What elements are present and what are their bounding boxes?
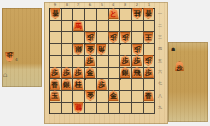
board-square[interactable] <box>85 9 97 21</box>
piece-glyph: 金 <box>87 45 94 52</box>
rank-label: 三 <box>158 35 162 39</box>
board-square[interactable] <box>120 91 132 103</box>
board-square[interactable] <box>120 44 132 56</box>
piece-glyph: 歩 <box>122 58 129 65</box>
file-label: 5 <box>101 3 103 7</box>
board-square[interactable] <box>97 68 109 80</box>
gote-marker-icon: ☖ <box>3 73 7 78</box>
file-label: 1 <box>147 3 149 7</box>
board-square[interactable] <box>97 56 109 68</box>
piece-glyph: 馬 <box>75 23 82 30</box>
piece-glyph: 歩 <box>51 70 58 77</box>
hoshi-dot <box>119 78 121 80</box>
board-square[interactable] <box>97 91 109 103</box>
file-label: 3 <box>124 3 126 7</box>
board-square[interactable] <box>73 91 85 103</box>
rank-label: 五 <box>158 59 162 63</box>
board-square[interactable] <box>144 21 156 33</box>
piece-glyph: 桂 <box>75 82 82 89</box>
board-square[interactable] <box>73 32 85 44</box>
sente-hand-stand[interactable] <box>168 42 208 122</box>
board-square[interactable] <box>132 32 144 44</box>
board-square[interactable] <box>109 68 121 80</box>
hoshi-dot <box>84 78 86 80</box>
piece-glyph: 金 <box>87 70 94 77</box>
piece-glyph: 香 <box>145 9 152 16</box>
piece-glyph: と <box>110 11 117 18</box>
piece-glyph: 香 <box>145 93 152 100</box>
board-square[interactable] <box>85 21 97 33</box>
board-square[interactable] <box>85 79 97 91</box>
file-label: 7 <box>77 3 79 7</box>
piece-glyph: 銀 <box>122 70 129 77</box>
board-square[interactable] <box>85 103 97 115</box>
piece-glyph: 歩 <box>145 70 152 77</box>
board-square[interactable] <box>50 44 62 56</box>
board-square[interactable] <box>132 91 144 103</box>
board-square[interactable] <box>97 32 109 44</box>
board-square[interactable] <box>120 21 132 33</box>
board-square[interactable] <box>97 9 109 21</box>
board-square[interactable] <box>120 103 132 115</box>
piece-glyph: 金 <box>87 91 94 98</box>
board-square[interactable] <box>109 21 121 33</box>
piece-glyph: 龍 <box>75 103 82 110</box>
piece-glyph: 歩 <box>133 58 140 65</box>
rank-label: 二 <box>158 24 162 28</box>
piece-glyph: 歩 <box>75 70 82 77</box>
piece-glyph: 歩 <box>110 33 117 40</box>
piece-glyph: 王 <box>145 33 152 40</box>
board-square[interactable] <box>144 103 156 115</box>
rank-label: 七 <box>158 82 162 86</box>
piece-glyph: 金 <box>110 93 117 100</box>
piece-glyph: 飛 <box>133 70 140 77</box>
shogi-app: 香と桂香馬歩歩歩王銀金角歩歩歩歩歩歩歩歩金銀飛歩香銀桂歩玉金金香龍9876543… <box>0 0 210 126</box>
board-square[interactable] <box>62 21 74 33</box>
rank-label: 九 <box>158 106 162 110</box>
board-square[interactable] <box>62 9 74 21</box>
rank-label: 八 <box>158 94 162 98</box>
board-square[interactable] <box>62 56 74 68</box>
rank-label: 六 <box>158 70 162 74</box>
board-square[interactable] <box>62 44 74 56</box>
board-square[interactable] <box>62 91 74 103</box>
board-square[interactable] <box>62 103 74 115</box>
rank-label: 一 <box>158 12 162 16</box>
board-square[interactable] <box>132 103 144 115</box>
board-square[interactable] <box>109 44 121 56</box>
piece-glyph: 歩 <box>87 58 94 65</box>
file-label: 8 <box>65 3 67 7</box>
piece-glyph: 歩 <box>98 82 105 89</box>
rank-label: 四 <box>158 47 162 51</box>
gote-hand-count: 4 <box>15 57 18 61</box>
piece-glyph: 歩 <box>87 33 94 40</box>
sente-marker-icon: ☗ <box>171 47 175 52</box>
board-square[interactable] <box>73 9 85 21</box>
piece-glyph: 香 <box>51 9 58 16</box>
piece-glyph: 角 <box>98 45 105 52</box>
board-square[interactable] <box>50 21 62 33</box>
board-square[interactable] <box>109 103 121 115</box>
board-square[interactable] <box>50 32 62 44</box>
board-square[interactable] <box>132 21 144 33</box>
board-square[interactable] <box>97 103 109 115</box>
board-square[interactable] <box>120 9 132 21</box>
board-square[interactable] <box>97 21 109 33</box>
board-square[interactable] <box>144 79 156 91</box>
piece-glyph: 歩 <box>122 33 129 40</box>
piece-glyph: 桂 <box>133 9 140 16</box>
piece-glyph: 歩 <box>63 70 70 77</box>
piece-glyph: 香 <box>51 82 58 89</box>
board-square[interactable] <box>144 44 156 56</box>
piece-glyph: 歩 <box>133 45 140 52</box>
board-square[interactable] <box>132 79 144 91</box>
file-label: 2 <box>136 3 138 7</box>
board-square[interactable] <box>120 79 132 91</box>
board-square[interactable] <box>50 56 62 68</box>
board-square[interactable] <box>62 32 74 44</box>
board-square[interactable] <box>73 56 85 68</box>
file-label: 9 <box>54 3 56 7</box>
board-square[interactable] <box>50 103 62 115</box>
piece-glyph: 歩 <box>7 53 13 60</box>
piece-glyph: 歩 <box>177 64 183 71</box>
piece-glyph: 玉 <box>51 93 58 100</box>
piece-glyph: 銀 <box>75 45 82 52</box>
gote-hand-stand[interactable] <box>2 8 42 87</box>
piece-glyph: 歩 <box>145 56 152 63</box>
file-label: 6 <box>89 3 91 7</box>
hoshi-dot <box>119 43 121 45</box>
board-square[interactable] <box>109 79 121 91</box>
board-square[interactable] <box>109 56 121 68</box>
piece-glyph: 銀 <box>63 82 70 89</box>
